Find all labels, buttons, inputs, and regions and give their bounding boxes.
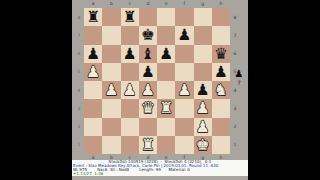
square-c8[interactable]: ♜ xyxy=(121,8,139,26)
rank-label-2: 2 xyxy=(231,118,239,136)
square-f1[interactable] xyxy=(175,136,193,154)
rank-label-6: 6 xyxy=(231,45,239,63)
file-label-e: e xyxy=(157,1,175,7)
square-e2[interactable] xyxy=(157,118,175,136)
square-e5[interactable] xyxy=(157,63,175,81)
black-pawn-icon: ♟ xyxy=(232,68,246,79)
rank-label-3: 3 xyxy=(75,99,83,117)
caption-panel: Stockfish 140519 (3228) - Stockfish 4 (3… xyxy=(72,160,248,176)
engine-eval-line: +1.11/27 1:36 xyxy=(72,172,248,176)
square-h5[interactable]: ♟ xyxy=(212,63,230,81)
piece-white-knight: ♞ xyxy=(214,81,228,99)
rank-label-6: 6 xyxy=(75,45,83,63)
square-d1[interactable]: ♜ xyxy=(139,136,157,154)
piece-black-pawn: ♟ xyxy=(123,45,137,63)
square-b5[interactable] xyxy=(102,63,120,81)
chess-board[interactable]: ♜♜♚♟♟♟♝♟♛♟♟♟♟♟♟♟♟♞♛♜♟♟♜♚ xyxy=(84,8,230,154)
piece-black-pawn: ♟ xyxy=(177,26,191,44)
piece-black-pawn: ♟ xyxy=(159,45,173,63)
piece-white-pawn: ♟ xyxy=(196,99,210,117)
square-b4[interactable]: ♟ xyxy=(102,81,120,99)
annotation-mark: ? xyxy=(232,79,246,86)
rank-label-1: 1 xyxy=(75,136,83,154)
square-a3[interactable] xyxy=(84,99,102,117)
square-f6[interactable] xyxy=(175,45,193,63)
square-g4[interactable]: ♟ xyxy=(194,81,212,99)
square-d4[interactable]: ♟ xyxy=(139,81,157,99)
square-b1[interactable] xyxy=(102,136,120,154)
piece-white-queen: ♛ xyxy=(141,99,155,117)
square-c4[interactable]: ♟ xyxy=(121,81,139,99)
piece-black-king: ♚ xyxy=(141,26,155,44)
square-h4[interactable]: ♞ xyxy=(212,81,230,99)
square-e8[interactable] xyxy=(157,8,175,26)
square-e3[interactable]: ♜ xyxy=(157,99,175,117)
square-d3[interactable]: ♛ xyxy=(139,99,157,117)
rank-label-7: 7 xyxy=(231,26,239,44)
piece-black-rook: ♜ xyxy=(86,8,100,26)
rank-labels-left: 87654321 xyxy=(75,8,83,154)
square-e4[interactable] xyxy=(157,81,175,99)
square-g8[interactable] xyxy=(194,8,212,26)
square-f5[interactable] xyxy=(175,63,193,81)
rank-label-1: 1 xyxy=(231,136,239,154)
square-b6[interactable] xyxy=(102,45,120,63)
square-b3[interactable] xyxy=(102,99,120,117)
square-f8[interactable] xyxy=(175,8,193,26)
piece-black-rook: ♜ xyxy=(123,8,137,26)
square-c6[interactable]: ♟ xyxy=(121,45,139,63)
piece-white-pawn: ♟ xyxy=(177,81,191,99)
square-d6[interactable]: ♝ xyxy=(139,45,157,63)
square-c3[interactable] xyxy=(121,99,139,117)
square-h8[interactable] xyxy=(212,8,230,26)
square-c5[interactable] xyxy=(121,63,139,81)
square-c7[interactable] xyxy=(121,26,139,44)
file-label-a: a xyxy=(84,1,102,7)
file-label-b: b xyxy=(102,1,120,7)
file-label-d: d xyxy=(139,1,157,7)
square-h3[interactable] xyxy=(212,99,230,117)
rank-label-8: 8 xyxy=(231,8,239,26)
square-g3[interactable]: ♟ xyxy=(194,99,212,117)
rank-label-8: 8 xyxy=(75,8,83,26)
square-a6[interactable]: ♟ xyxy=(84,45,102,63)
square-f2[interactable] xyxy=(175,118,193,136)
square-d2[interactable] xyxy=(139,118,157,136)
square-f7[interactable]: ♟ xyxy=(175,26,193,44)
piece-black-pawn: ♟ xyxy=(214,63,228,81)
square-e1[interactable] xyxy=(157,136,175,154)
square-d7[interactable]: ♚ xyxy=(139,26,157,44)
piece-black-pawn: ♟ xyxy=(86,45,100,63)
chess-gui-stage: abcdefgh 87654321 ♜♜♚♟♟♟♝♟♛♟♟♟♟♟♟♟♟♞♛♜♟♟… xyxy=(72,0,248,180)
square-f3[interactable] xyxy=(175,99,193,117)
piece-white-pawn: ♟ xyxy=(123,81,137,99)
square-g2[interactable]: ♟ xyxy=(194,118,212,136)
piece-white-pawn: ♟ xyxy=(104,81,118,99)
square-h2[interactable] xyxy=(212,118,230,136)
square-c2[interactable] xyxy=(121,118,139,136)
square-a2[interactable] xyxy=(84,118,102,136)
piece-white-rook: ♜ xyxy=(141,136,155,154)
piece-black-queen: ♛ xyxy=(214,45,228,63)
square-b7[interactable] xyxy=(102,26,120,44)
rank-label-3: 3 xyxy=(231,99,239,117)
square-a4[interactable] xyxy=(84,81,102,99)
piece-black-bishop: ♝ xyxy=(141,45,155,63)
piece-white-rook: ♜ xyxy=(159,99,173,117)
square-g5[interactable] xyxy=(194,63,212,81)
rank-label-4: 4 xyxy=(75,81,83,99)
piece-white-king: ♚ xyxy=(196,136,210,154)
square-h7[interactable] xyxy=(212,26,230,44)
square-a1[interactable] xyxy=(84,136,102,154)
file-label-h: h xyxy=(212,1,230,7)
piece-white-pawn: ♟ xyxy=(86,63,100,81)
file-label-f: f xyxy=(175,1,193,7)
rank-label-7: 7 xyxy=(75,26,83,44)
piece-white-pawn: ♟ xyxy=(141,81,155,99)
piece-black-pawn: ♟ xyxy=(196,81,210,99)
square-a7[interactable] xyxy=(84,26,102,44)
file-label-c: c xyxy=(121,1,139,7)
file-label-g: g xyxy=(194,1,212,7)
square-a5[interactable]: ♟ xyxy=(84,63,102,81)
square-h1[interactable] xyxy=(212,136,230,154)
rank-label-2: 2 xyxy=(75,118,83,136)
square-d8[interactable] xyxy=(139,8,157,26)
square-e7[interactable] xyxy=(157,26,175,44)
square-f4[interactable]: ♟ xyxy=(175,81,193,99)
square-b8[interactable] xyxy=(102,8,120,26)
file-labels-top: abcdefgh xyxy=(84,1,230,7)
video-frame: abcdefgh 87654321 ♜♜♚♟♟♟♝♟♛♟♟♟♟♟♟♟♟♞♛♜♟♟… xyxy=(0,0,320,180)
square-g1[interactable]: ♚ xyxy=(194,136,212,154)
square-g7[interactable] xyxy=(194,26,212,44)
square-b2[interactable] xyxy=(102,118,120,136)
square-a8[interactable]: ♜ xyxy=(84,8,102,26)
square-h6[interactable]: ♛ xyxy=(212,45,230,63)
piece-black-pawn: ♟ xyxy=(141,63,155,81)
side-to-move-indicator: ♟ ? xyxy=(232,68,246,86)
square-d5[interactable]: ♟ xyxy=(139,63,157,81)
piece-white-pawn: ♟ xyxy=(196,118,210,136)
rank-label-5: 5 xyxy=(75,63,83,81)
square-e6[interactable]: ♟ xyxy=(157,45,175,63)
square-g6[interactable] xyxy=(194,45,212,63)
square-c1[interactable] xyxy=(121,136,139,154)
